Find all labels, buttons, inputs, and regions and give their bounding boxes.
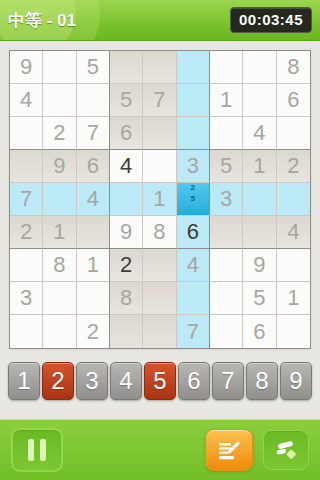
cell-r4c4[interactable]: 4 <box>110 150 143 183</box>
given-digit: 5 <box>87 56 99 78</box>
given-digit: 7 <box>187 321 199 343</box>
cell-r9c9[interactable] <box>277 315 310 348</box>
given-digit: 4 <box>20 89 32 111</box>
given-digit: 8 <box>120 287 132 309</box>
pencil-mark-5: 5 <box>187 194 198 205</box>
given-digit: 1 <box>53 221 65 243</box>
numpad-button-4[interactable]: 4 <box>110 362 142 400</box>
cell-r6c8[interactable] <box>243 216 276 249</box>
cell-r3c4[interactable]: 6 <box>110 117 143 150</box>
numpad-button-7[interactable]: 7 <box>212 362 244 400</box>
given-digit: 3 <box>187 155 199 177</box>
given-digit: 7 <box>153 89 165 111</box>
given-digit: 1 <box>287 287 299 309</box>
given-digit: 2 <box>53 122 65 144</box>
cell-r1c6[interactable] <box>177 51 210 84</box>
pencil-notes-icon <box>216 437 242 463</box>
cell-r6c1[interactable]: 2 <box>10 216 43 249</box>
cell-r8c8[interactable]: 5 <box>243 282 276 315</box>
given-digit: 1 <box>153 188 165 210</box>
cell-r2c2[interactable] <box>43 84 76 117</box>
cell-r2c9[interactable]: 6 <box>277 84 310 117</box>
cell-r4c7[interactable]: 5 <box>210 150 243 183</box>
cell-r8c3[interactable] <box>77 282 110 315</box>
cell-r9c7[interactable] <box>210 315 243 348</box>
cell-r1c3[interactable]: 5 <box>77 51 110 84</box>
cell-r5c7[interactable]: 3 <box>210 183 243 216</box>
given-digit: 1 <box>220 89 232 111</box>
given-digit: 1 <box>253 155 265 177</box>
user-digit: 6 <box>187 221 199 243</box>
bottom-toolbar <box>0 419 320 480</box>
eraser-button[interactable] <box>263 430 309 470</box>
eraser-icon <box>273 437 299 463</box>
cell-r3c5[interactable] <box>143 117 176 150</box>
cell-r4c1[interactable] <box>10 150 43 183</box>
cell-r7c7[interactable] <box>210 249 243 282</box>
cell-r2c8[interactable] <box>243 84 276 117</box>
notes-pencil-button[interactable] <box>205 429 253 471</box>
cell-r9c3[interactable]: 2 <box>77 315 110 348</box>
cell-r9c5[interactable] <box>143 315 176 348</box>
cell-r2c5[interactable]: 7 <box>143 84 176 117</box>
given-digit: 4 <box>287 221 299 243</box>
cell-r4c3[interactable]: 6 <box>77 150 110 183</box>
given-digit: 8 <box>53 254 65 276</box>
cell-r3c9[interactable] <box>277 117 310 150</box>
cell-r8c2[interactable] <box>43 282 76 315</box>
cell-r7c9[interactable] <box>277 249 310 282</box>
given-digit: 1 <box>87 254 99 276</box>
cell-r7c6[interactable]: 4 <box>177 249 210 282</box>
numpad-button-8[interactable]: 8 <box>246 362 278 400</box>
cell-r3c8[interactable]: 4 <box>243 117 276 150</box>
cell-r5c8[interactable] <box>243 183 276 216</box>
timer-display: 00:03:45 <box>230 7 312 33</box>
cell-r1c8[interactable] <box>243 51 276 84</box>
numpad-button-9[interactable]: 9 <box>280 362 312 400</box>
numpad-button-3[interactable]: 3 <box>76 362 108 400</box>
cell-r9c6[interactable]: 7 <box>177 315 210 348</box>
cell-r6c6[interactable]: 6 <box>177 216 210 249</box>
given-digit: 6 <box>253 321 265 343</box>
cell-r4c5[interactable] <box>143 150 176 183</box>
cell-r5c9[interactable] <box>277 183 310 216</box>
given-digit: 5 <box>120 89 132 111</box>
cell-r7c5[interactable] <box>143 249 176 282</box>
pencil-marks: 25 <box>177 183 209 215</box>
pause-icon <box>28 439 34 461</box>
cell-r3c3[interactable]: 7 <box>77 117 110 150</box>
cell-r9c4[interactable] <box>110 315 143 348</box>
cell-r4c9[interactable]: 2 <box>277 150 310 183</box>
cell-r6c9[interactable]: 4 <box>277 216 310 249</box>
sudoku-board[interactable]: 9584571627649643512741253219864812493851… <box>9 50 311 349</box>
given-digit: 3 <box>20 287 32 309</box>
cell-r9c1[interactable] <box>10 315 43 348</box>
cell-r6c5[interactable]: 8 <box>143 216 176 249</box>
cell-r3c1[interactable] <box>10 117 43 150</box>
numpad-button-2[interactable]: 2 <box>42 362 74 400</box>
pause-button[interactable] <box>11 428 63 472</box>
cell-r1c2[interactable] <box>43 51 76 84</box>
cell-r1c5[interactable] <box>143 51 176 84</box>
cell-r5c2[interactable] <box>43 183 76 216</box>
cell-r4c2[interactable]: 9 <box>43 150 76 183</box>
pause-icon <box>40 439 46 461</box>
number-pad: 123456789 <box>8 362 312 400</box>
cell-r7c1[interactable] <box>10 249 43 282</box>
cell-r1c1[interactable]: 9 <box>10 51 43 84</box>
cell-r6c7[interactable] <box>210 216 243 249</box>
user-digit: 2 <box>120 254 132 276</box>
user-digit: 4 <box>120 155 132 177</box>
given-digit: 8 <box>153 221 165 243</box>
cell-r8c1[interactable]: 3 <box>10 282 43 315</box>
given-digit: 4 <box>187 254 199 276</box>
given-digit: 8 <box>287 56 299 78</box>
cell-r4c6[interactable]: 3 <box>177 150 210 183</box>
cell-r2c6[interactable] <box>177 84 210 117</box>
numpad-button-5[interactable]: 5 <box>144 362 176 400</box>
cell-r2c3[interactable] <box>77 84 110 117</box>
cell-r8c6[interactable] <box>177 282 210 315</box>
cell-r4c8[interactable]: 1 <box>243 150 276 183</box>
given-digit: 6 <box>87 155 99 177</box>
numpad-button-6[interactable]: 6 <box>178 362 210 400</box>
cell-r3c7[interactable] <box>210 117 243 150</box>
cell-r8c4[interactable]: 8 <box>110 282 143 315</box>
sudoku-app: 中等 - 01 00:03:45 95845716276496435127412… <box>0 0 320 480</box>
numpad-button-1[interactable]: 1 <box>8 362 40 400</box>
given-digit: 5 <box>220 155 232 177</box>
given-digit: 5 <box>253 287 265 309</box>
given-digit: 9 <box>53 155 65 177</box>
cell-r8c5[interactable] <box>143 282 176 315</box>
page-title: 中等 - 01 <box>8 9 76 32</box>
cell-r5c1[interactable]: 7 <box>10 183 43 216</box>
cell-r8c7[interactable] <box>210 282 243 315</box>
given-digit: 9 <box>120 221 132 243</box>
cell-r5c4[interactable] <box>110 183 143 216</box>
cell-r1c4[interactable] <box>110 51 143 84</box>
cell-r7c4[interactable]: 2 <box>110 249 143 282</box>
cell-r6c4[interactable]: 9 <box>110 216 143 249</box>
pencil-mark-2: 2 <box>187 183 198 194</box>
given-digit: 9 <box>20 56 32 78</box>
cell-r2c4[interactable]: 5 <box>110 84 143 117</box>
cell-r2c7[interactable]: 1 <box>210 84 243 117</box>
cell-r7c8[interactable]: 9 <box>243 249 276 282</box>
given-digit: 7 <box>20 188 32 210</box>
cell-r5c6[interactable]: 25 <box>177 183 210 216</box>
given-digit: 2 <box>87 321 99 343</box>
cell-r3c2[interactable]: 2 <box>43 117 76 150</box>
given-digit: 9 <box>253 254 265 276</box>
given-digit: 3 <box>220 188 232 210</box>
given-digit: 4 <box>87 188 99 210</box>
cell-r9c2[interactable] <box>43 315 76 348</box>
cell-r7c3[interactable]: 1 <box>77 249 110 282</box>
given-digit: 4 <box>253 122 265 144</box>
given-digit: 6 <box>287 89 299 111</box>
cell-r5c3[interactable]: 4 <box>77 183 110 216</box>
header-bar: 中等 - 01 00:03:45 <box>0 0 320 41</box>
cell-r3c6[interactable] <box>177 117 210 150</box>
given-digit: 7 <box>87 122 99 144</box>
cell-r8c9[interactable]: 1 <box>277 282 310 315</box>
cell-r2c1[interactable]: 4 <box>10 84 43 117</box>
cell-r7c2[interactable]: 8 <box>43 249 76 282</box>
cell-r1c9[interactable]: 8 <box>277 51 310 84</box>
given-digit: 6 <box>120 122 132 144</box>
given-digit: 2 <box>20 221 32 243</box>
cell-r6c2[interactable]: 1 <box>43 216 76 249</box>
cell-r6c3[interactable] <box>77 216 110 249</box>
cell-r9c8[interactable]: 6 <box>243 315 276 348</box>
cell-r5c5[interactable]: 1 <box>143 183 176 216</box>
cell-r1c7[interactable] <box>210 51 243 84</box>
given-digit: 2 <box>287 155 299 177</box>
